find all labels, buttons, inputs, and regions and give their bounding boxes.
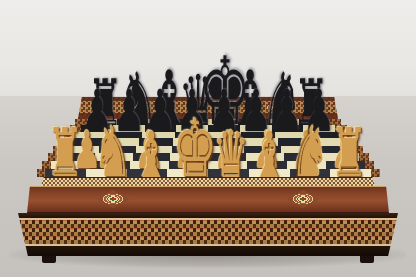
square-c1: ♝ (127, 169, 168, 177)
chess-board: ♜♞♝♛♚♝♞♜♟♟♟♟♟♟♟♟♟♟♟♟♟♟♟♟♜♞♝♚♛♝♞♜ (37, 119, 380, 177)
white-bishop: ♝ (133, 123, 169, 187)
white-bishop: ♝ (251, 123, 287, 187)
white-rook: ♜ (330, 120, 367, 187)
square-b1: ♞ (86, 169, 127, 177)
square-g1: ♞ (290, 169, 331, 177)
white-rook: ♜ (47, 120, 84, 187)
box-feet (36, 256, 380, 263)
box-mosaic-band (18, 220, 398, 244)
board-front-mosaic-strip (41, 177, 375, 186)
box-foot (42, 256, 56, 263)
box-front-face (18, 213, 398, 256)
board-rank-row: ♜♞♝♚♛♝♞♜ (37, 169, 380, 177)
box-foot (360, 256, 374, 263)
square-e1: ♛ (208, 169, 249, 177)
square-a1: ♜ (45, 169, 86, 177)
square-h1: ♜ (330, 169, 371, 177)
square-d1: ♚ (167, 169, 208, 177)
chess-photo-scene: ♜♞♝♛♚♝♞♜♟♟♟♟♟♟♟♟♟♟♟♟♟♟♟♟♜♞♝♚♛♝♞♜ (0, 0, 416, 277)
box-base-edge (18, 246, 398, 256)
inlay-medallion-icon (286, 190, 320, 208)
board-front-border (27, 186, 389, 213)
inlay-medallion-icon (96, 190, 130, 208)
chess-box: ♜♞♝♛♚♝♞♜♟♟♟♟♟♟♟♟♟♟♟♟♟♟♟♟♜♞♝♚♛♝♞♜ (0, 97, 416, 263)
square-f1: ♝ (249, 169, 290, 177)
